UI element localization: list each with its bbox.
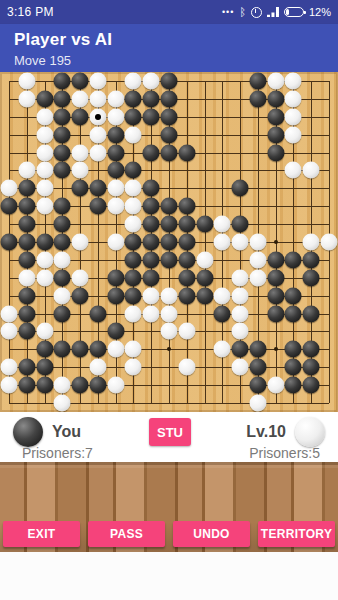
black-stone [125, 234, 142, 251]
white-stone [36, 144, 53, 161]
black-stone [143, 216, 160, 233]
black-stone [143, 90, 160, 107]
white-stone [89, 73, 106, 90]
black-player-stone-icon [13, 417, 43, 447]
black-stone [178, 287, 195, 304]
page-title: Player vs AI [14, 30, 324, 50]
white-stone [143, 73, 160, 90]
grid-line-horizontal [9, 367, 329, 368]
black-stone [54, 126, 71, 143]
white-stone [107, 234, 124, 251]
black-stone [267, 269, 284, 286]
black-stone [54, 234, 71, 251]
black-stone [18, 377, 35, 394]
black-stone [178, 269, 195, 286]
black-stone [143, 269, 160, 286]
last-move-marker [95, 114, 101, 120]
black-stone [125, 269, 142, 286]
black-stone [285, 341, 302, 358]
exit-button[interactable]: EXIT [3, 521, 80, 547]
black-stone [285, 359, 302, 376]
black-stone [267, 251, 284, 268]
white-stone [54, 251, 71, 268]
white-stone [72, 90, 89, 107]
black-stone [18, 180, 35, 197]
black-stone [36, 359, 53, 376]
app-bar: Player vs AI Move 195 [0, 24, 338, 72]
white-stone [232, 234, 249, 251]
white-stone [18, 269, 35, 286]
black-stone [178, 216, 195, 233]
white-stone [54, 377, 71, 394]
black-stone [54, 73, 71, 90]
black-stone [178, 198, 195, 215]
white-stone [107, 341, 124, 358]
black-stone [161, 126, 178, 143]
black-stone [54, 305, 71, 322]
white-stone [285, 90, 302, 107]
white-stone [178, 323, 195, 340]
white-stone [89, 126, 106, 143]
white-stone [214, 341, 231, 358]
white-stone [125, 126, 142, 143]
black-stone [54, 162, 71, 179]
black-stone [72, 377, 89, 394]
white-stone [161, 287, 178, 304]
black-stone [249, 377, 266, 394]
white-stone [249, 269, 266, 286]
black-stone [267, 90, 284, 107]
black-stone [285, 377, 302, 394]
black-stone [285, 251, 302, 268]
black-stone [18, 359, 35, 376]
black-stone [143, 251, 160, 268]
black-stone [303, 341, 320, 358]
black-stone [285, 287, 302, 304]
black-stone [178, 251, 195, 268]
black-stone [161, 198, 178, 215]
white-stone [36, 180, 53, 197]
black-stone [72, 180, 89, 197]
stu-button[interactable]: STU [149, 418, 191, 446]
black-stone [18, 251, 35, 268]
black-stone [214, 305, 231, 322]
pass-button[interactable]: PASS [88, 521, 165, 547]
white-stone [214, 234, 231, 251]
black-stone [107, 126, 124, 143]
white-stone [249, 395, 266, 412]
white-stone [89, 90, 106, 107]
black-stone [267, 305, 284, 322]
player-info-strip: You Prisoners:7 STU Lv.10 Prisoners:5 [0, 412, 338, 462]
white-stone [214, 216, 231, 233]
black-stone [249, 73, 266, 90]
black-stone [161, 234, 178, 251]
white-stone [72, 269, 89, 286]
white-stone [89, 359, 106, 376]
white-stone [249, 251, 266, 268]
black-stone [89, 180, 106, 197]
black-stone [303, 269, 320, 286]
white-stone [321, 234, 338, 251]
ai-level-label: Lv.10 [246, 423, 286, 441]
clock-time: 3:16 PM [7, 5, 54, 19]
white-stone [285, 73, 302, 90]
black-stone [303, 251, 320, 268]
white-stone [285, 108, 302, 125]
white-stone [107, 377, 124, 394]
black-stone [196, 216, 213, 233]
black-stone [143, 108, 160, 125]
white-stone [72, 162, 89, 179]
black-stone [18, 234, 35, 251]
black-stone [125, 162, 142, 179]
black-stone [125, 287, 142, 304]
black-stone [161, 73, 178, 90]
white-stone [36, 251, 53, 268]
white-stone [285, 126, 302, 143]
black-stone [303, 377, 320, 394]
white-stone [1, 180, 18, 197]
white-stone [107, 198, 124, 215]
white-stone [18, 162, 35, 179]
bottom-spacer [0, 552, 338, 600]
black-stone [143, 198, 160, 215]
move-counter: Move 195 [14, 53, 324, 68]
territory-button[interactable]: TERRITORY [258, 521, 335, 547]
black-stone [143, 234, 160, 251]
black-stone [267, 126, 284, 143]
white-stone [54, 287, 71, 304]
player-name: You [52, 423, 81, 441]
white-stone [125, 341, 142, 358]
white-stone [178, 359, 195, 376]
black-stone [125, 251, 142, 268]
white-stone [72, 144, 89, 161]
black-stone [303, 359, 320, 376]
black-stone [54, 269, 71, 286]
white-prisoners-label: Prisoners:5 [249, 445, 320, 461]
black-stone [178, 234, 195, 251]
black-stone [196, 287, 213, 304]
black-stone [36, 234, 53, 251]
black-stone [54, 216, 71, 233]
black-stone [54, 90, 71, 107]
black-stone [196, 269, 213, 286]
white-stone [196, 251, 213, 268]
white-stone [125, 73, 142, 90]
black-stone [249, 359, 266, 376]
white-stone [36, 269, 53, 286]
black-stone [18, 287, 35, 304]
white-stone [303, 162, 320, 179]
black-stone [89, 377, 106, 394]
black-stone [125, 90, 142, 107]
black-stone [107, 162, 124, 179]
white-stone [267, 73, 284, 90]
black-stone [143, 144, 160, 161]
white-stone [285, 162, 302, 179]
black-stone [36, 90, 53, 107]
black-stone [107, 323, 124, 340]
black-stone [54, 108, 71, 125]
white-stone [72, 234, 89, 251]
battery-icon [284, 7, 304, 17]
black-stone [89, 305, 106, 322]
black-stone [143, 180, 160, 197]
black-prisoners-label: Prisoners:7 [22, 445, 93, 461]
white-stone [89, 144, 106, 161]
white-stone [249, 234, 266, 251]
black-stone [303, 305, 320, 322]
white-stone [161, 323, 178, 340]
black-stone [36, 377, 53, 394]
white-stone [107, 180, 124, 197]
black-stone [107, 287, 124, 304]
white-stone [36, 323, 53, 340]
black-stone [18, 323, 35, 340]
black-stone [54, 198, 71, 215]
white-stone [214, 287, 231, 304]
black-stone [161, 144, 178, 161]
white-stone [1, 377, 18, 394]
undo-button[interactable]: UNDO [173, 521, 250, 547]
white-stone [1, 305, 18, 322]
black-stone [54, 144, 71, 161]
black-stone [72, 341, 89, 358]
white-stone [18, 90, 35, 107]
white-stone [36, 108, 53, 125]
black-stone [232, 180, 249, 197]
black-stone [18, 216, 35, 233]
battery-percent: 12% [309, 6, 331, 18]
black-stone [178, 144, 195, 161]
black-stone [18, 198, 35, 215]
white-stone [125, 305, 142, 322]
white-stone [161, 305, 178, 322]
white-stone [125, 359, 142, 376]
white-stone [125, 180, 142, 197]
black-stone [89, 198, 106, 215]
black-stone [161, 216, 178, 233]
black-stone [232, 216, 249, 233]
white-stone [18, 73, 35, 90]
white-stone [107, 90, 124, 107]
star-point [274, 347, 278, 351]
white-stone [143, 287, 160, 304]
black-stone [36, 341, 53, 358]
black-stone [161, 108, 178, 125]
white-stone [1, 359, 18, 376]
black-stone [72, 287, 89, 304]
black-stone [72, 73, 89, 90]
black-stone [72, 108, 89, 125]
black-stone [161, 251, 178, 268]
black-stone [89, 341, 106, 358]
black-stone [107, 144, 124, 161]
black-stone [232, 341, 249, 358]
go-board[interactable] [0, 72, 338, 412]
white-stone [232, 305, 249, 322]
black-stone [267, 287, 284, 304]
white-stone [232, 287, 249, 304]
bluetooth-icon: ᛒ [239, 7, 246, 18]
black-stone [267, 108, 284, 125]
signal-icon [267, 7, 279, 17]
grid-line-vertical [205, 81, 206, 403]
star-point [167, 347, 171, 351]
overflow-dots-icon: ••• [222, 8, 234, 17]
white-stone [36, 126, 53, 143]
alarm-icon [251, 7, 262, 18]
black-stone [267, 144, 284, 161]
status-icons: ••• ᛒ 12% [222, 6, 331, 18]
black-stone [1, 198, 18, 215]
black-stone [161, 90, 178, 107]
white-stone [1, 323, 18, 340]
white-stone [232, 269, 249, 286]
black-stone [18, 305, 35, 322]
white-player-stone-icon [295, 417, 325, 447]
white-stone [232, 359, 249, 376]
action-button-row: EXIT PASS UNDO TERRITORY [0, 521, 338, 548]
white-stone [267, 377, 284, 394]
black-stone [107, 269, 124, 286]
white-stone [36, 162, 53, 179]
black-stone [125, 108, 142, 125]
black-stone [54, 341, 71, 358]
white-stone [36, 198, 53, 215]
white-stone [303, 234, 320, 251]
black-stone [249, 90, 266, 107]
status-bar: 3:16 PM ••• ᛒ 12% [0, 0, 338, 24]
star-point [274, 240, 278, 244]
phone-screen: 3:16 PM ••• ᛒ 12% Player vs AI Move 195 … [0, 0, 338, 600]
black-stone [285, 305, 302, 322]
white-stone [107, 108, 124, 125]
black-stone [249, 341, 266, 358]
white-stone [232, 323, 249, 340]
white-stone [54, 395, 71, 412]
white-stone [125, 216, 142, 233]
white-stone [125, 198, 142, 215]
black-stone [1, 234, 18, 251]
white-stone [143, 305, 160, 322]
